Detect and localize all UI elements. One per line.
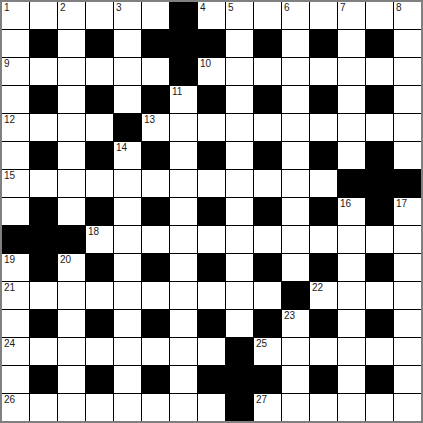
letter-cell-r6c7[interactable]: [198, 170, 225, 197]
letter-cell-r13c0[interactable]: [2, 366, 29, 393]
letter-cell-r14c11[interactable]: [310, 394, 337, 421]
letter-cell-r6c8[interactable]: [226, 170, 253, 197]
letter-cell-r13c4[interactable]: [114, 366, 141, 393]
letter-cell-r8c13[interactable]: [366, 226, 393, 253]
letter-cell-r10c12[interactable]: [338, 282, 365, 309]
letter-cell-r4c14[interactable]: [394, 114, 421, 141]
block-cell-r11c13: [366, 310, 393, 337]
letter-cell-r7c14[interactable]: 17: [394, 198, 421, 225]
letter-cell-r2c4[interactable]: [114, 58, 141, 85]
letter-cell-r12c9[interactable]: 25: [254, 338, 281, 365]
block-cell-r11c7: [198, 310, 225, 337]
letter-cell-r11c8[interactable]: [226, 310, 253, 337]
block-cell-r3c3: [86, 86, 113, 113]
block-cell-r3c13: [366, 86, 393, 113]
letter-cell-r2c13[interactable]: [366, 58, 393, 85]
clue-number-3: 3: [116, 2, 122, 13]
letter-cell-r1c14[interactable]: [394, 30, 421, 57]
block-cell-r5c1: [30, 142, 57, 169]
clue-number-20: 20: [60, 254, 71, 265]
letter-cell-r6c0[interactable]: 15: [2, 170, 29, 197]
clue-number-26: 26: [4, 394, 15, 405]
block-cell-r13c7: [198, 366, 225, 393]
block-cell-r5c3: [86, 142, 113, 169]
letter-cell-r10c7[interactable]: [198, 282, 225, 309]
letter-cell-r14c10[interactable]: [282, 394, 309, 421]
letter-cell-r10c9[interactable]: [254, 282, 281, 309]
letter-cell-r7c6[interactable]: [170, 198, 197, 225]
letter-cell-r4c9[interactable]: [254, 114, 281, 141]
letter-cell-r14c14[interactable]: [394, 394, 421, 421]
block-cell-r1c5: [142, 30, 169, 57]
letter-cell-r0c11[interactable]: [310, 2, 337, 29]
clue-number-14: 14: [116, 142, 127, 153]
letter-cell-r0c1[interactable]: [30, 2, 57, 29]
letter-cell-r8c8[interactable]: [226, 226, 253, 253]
letter-cell-r1c10[interactable]: [282, 30, 309, 57]
letter-cell-r2c1[interactable]: [30, 58, 57, 85]
block-cell-r10c10: [282, 282, 309, 309]
letter-cell-r14c5[interactable]: [142, 394, 169, 421]
block-cell-r9c3: [86, 254, 113, 281]
block-cell-r3c7: [198, 86, 225, 113]
letter-cell-r6c4[interactable]: [114, 170, 141, 197]
letter-cell-r0c8[interactable]: 5: [226, 2, 253, 29]
block-cell-r11c5: [142, 310, 169, 337]
block-cell-r13c13: [366, 366, 393, 393]
letter-cell-r9c2[interactable]: 20: [58, 254, 85, 281]
letter-cell-r0c10[interactable]: 6: [282, 2, 309, 29]
letter-cell-r1c8[interactable]: [226, 30, 253, 57]
block-cell-r9c7: [198, 254, 225, 281]
letter-cell-r14c4[interactable]: [114, 394, 141, 421]
block-cell-r1c3: [86, 30, 113, 57]
letter-cell-r8c12[interactable]: [338, 226, 365, 253]
letter-cell-r14c7[interactable]: [198, 394, 225, 421]
letter-cell-r11c10[interactable]: 23: [282, 310, 309, 337]
block-cell-r1c6: [170, 30, 197, 57]
block-cell-r7c11: [310, 198, 337, 225]
letter-cell-r4c10[interactable]: [282, 114, 309, 141]
block-cell-r5c7: [198, 142, 225, 169]
block-cell-r1c13: [366, 30, 393, 57]
clue-number-18: 18: [88, 226, 99, 237]
letter-cell-r4c11[interactable]: [310, 114, 337, 141]
letter-cell-r0c13[interactable]: [366, 2, 393, 29]
letter-cell-r2c11[interactable]: [310, 58, 337, 85]
clue-number-22: 22: [312, 282, 323, 293]
letter-cell-r8c6[interactable]: [170, 226, 197, 253]
clue-number-2: 2: [60, 2, 66, 13]
letter-cell-r12c11[interactable]: [310, 338, 337, 365]
letter-cell-r14c6[interactable]: [170, 394, 197, 421]
block-cell-r3c5: [142, 86, 169, 113]
block-cell-r5c11: [310, 142, 337, 169]
letter-cell-r14c3[interactable]: [86, 394, 113, 421]
letter-cell-r11c0[interactable]: [2, 310, 29, 337]
letter-cell-r11c14[interactable]: [394, 310, 421, 337]
letter-cell-r12c14[interactable]: [394, 338, 421, 365]
letter-cell-r5c12[interactable]: [338, 142, 365, 169]
letter-cell-r7c2[interactable]: [58, 198, 85, 225]
clue-number-7: 7: [340, 2, 346, 13]
block-cell-r7c5: [142, 198, 169, 225]
block-cell-r2c6: [170, 58, 197, 85]
letter-cell-r2c0[interactable]: 9: [2, 58, 29, 85]
letter-cell-r0c9[interactable]: [254, 2, 281, 29]
letter-cell-r6c6[interactable]: [170, 170, 197, 197]
letter-cell-r13c2[interactable]: [58, 366, 85, 393]
letter-cell-r11c4[interactable]: [114, 310, 141, 337]
letter-cell-r14c9[interactable]: 27: [254, 394, 281, 421]
clue-number-4: 4: [200, 2, 206, 13]
letter-cell-r14c13[interactable]: [366, 394, 393, 421]
block-cell-r13c5: [142, 366, 169, 393]
block-cell-r8c0: [2, 226, 29, 253]
letter-cell-r12c0[interactable]: 24: [2, 338, 29, 365]
block-cell-r6c12: [338, 170, 365, 197]
letter-cell-r4c13[interactable]: [366, 114, 393, 141]
letter-cell-r5c10[interactable]: [282, 142, 309, 169]
letter-cell-r10c1[interactable]: [30, 282, 57, 309]
block-cell-r5c9: [254, 142, 281, 169]
letter-cell-r10c4[interactable]: [114, 282, 141, 309]
letter-cell-r11c12[interactable]: [338, 310, 365, 337]
block-cell-r13c1: [30, 366, 57, 393]
letter-cell-r9c4[interactable]: [114, 254, 141, 281]
block-cell-r7c3: [86, 198, 113, 225]
letter-cell-r10c3[interactable]: [86, 282, 113, 309]
letter-cell-r10c6[interactable]: [170, 282, 197, 309]
block-cell-r8c1: [30, 226, 57, 253]
letter-cell-r2c3[interactable]: [86, 58, 113, 85]
clue-number-12: 12: [4, 114, 15, 125]
letter-cell-r10c11[interactable]: 22: [310, 282, 337, 309]
block-cell-r13c11: [310, 366, 337, 393]
block-cell-r4c4: [114, 114, 141, 141]
clue-number-1: 1: [4, 2, 10, 13]
letter-cell-r13c14[interactable]: [394, 366, 421, 393]
letter-cell-r9c8[interactable]: [226, 254, 253, 281]
block-cell-r1c9: [254, 30, 281, 57]
block-cell-r12c8: [226, 338, 253, 365]
letter-cell-r12c3[interactable]: [86, 338, 113, 365]
letter-cell-r14c12[interactable]: [338, 394, 365, 421]
letter-cell-r2c7[interactable]: 10: [198, 58, 225, 85]
letter-cell-r5c6[interactable]: [170, 142, 197, 169]
letter-cell-r10c13[interactable]: [366, 282, 393, 309]
letter-cell-r3c6[interactable]: 11: [170, 86, 197, 113]
clue-number-16: 16: [340, 198, 351, 209]
clue-number-24: 24: [4, 338, 15, 349]
letter-cell-r7c4[interactable]: [114, 198, 141, 225]
letter-cell-r1c12[interactable]: [338, 30, 365, 57]
crossword-board: 1234567891011121314151617181920212223242…: [0, 0, 423, 423]
letter-cell-r6c11[interactable]: [310, 170, 337, 197]
letter-cell-r4c7[interactable]: [198, 114, 225, 141]
letter-cell-r0c3[interactable]: [86, 2, 113, 29]
block-cell-r6c13: [366, 170, 393, 197]
clue-number-13: 13: [144, 114, 155, 125]
letter-cell-r2c14[interactable]: [394, 58, 421, 85]
clue-number-21: 21: [4, 282, 15, 293]
block-cell-r13c8: [226, 366, 253, 393]
letter-cell-r9c14[interactable]: [394, 254, 421, 281]
letter-cell-r12c12[interactable]: [338, 338, 365, 365]
block-cell-r9c1: [30, 254, 57, 281]
clue-number-27: 27: [256, 394, 267, 405]
letter-cell-r6c3[interactable]: [86, 170, 113, 197]
letter-cell-r1c4[interactable]: [114, 30, 141, 57]
clue-number-17: 17: [396, 198, 407, 209]
letter-cell-r6c2[interactable]: [58, 170, 85, 197]
letter-cell-r1c2[interactable]: [58, 30, 85, 57]
letter-cell-r0c4[interactable]: 3: [114, 2, 141, 29]
letter-cell-r0c0[interactable]: 1: [2, 2, 29, 29]
block-cell-r5c13: [366, 142, 393, 169]
letter-cell-r0c12[interactable]: 7: [338, 2, 365, 29]
letter-cell-r6c1[interactable]: [30, 170, 57, 197]
clue-number-8: 8: [396, 2, 402, 13]
letter-cell-r8c10[interactable]: [282, 226, 309, 253]
letter-cell-r2c10[interactable]: [282, 58, 309, 85]
block-cell-r3c1: [30, 86, 57, 113]
letter-cell-r2c2[interactable]: [58, 58, 85, 85]
letter-cell-r8c14[interactable]: [394, 226, 421, 253]
letter-cell-r4c1[interactable]: [30, 114, 57, 141]
block-cell-r11c3: [86, 310, 113, 337]
letter-cell-r9c10[interactable]: [282, 254, 309, 281]
block-cell-r9c5: [142, 254, 169, 281]
block-cell-r6c14: [394, 170, 421, 197]
letter-cell-r14c0[interactable]: 26: [2, 394, 29, 421]
letter-cell-r9c12[interactable]: [338, 254, 365, 281]
letter-cell-r5c14[interactable]: [394, 142, 421, 169]
block-cell-r8c2: [58, 226, 85, 253]
letter-cell-r1c0[interactable]: [2, 30, 29, 57]
block-cell-r9c9: [254, 254, 281, 281]
clue-number-25: 25: [256, 338, 267, 349]
letter-cell-r3c2[interactable]: [58, 86, 85, 113]
block-cell-r1c7: [198, 30, 225, 57]
clue-number-6: 6: [284, 2, 290, 13]
letter-cell-r0c5[interactable]: [142, 2, 169, 29]
letter-cell-r8c9[interactable]: [254, 226, 281, 253]
letter-cell-r12c4[interactable]: [114, 338, 141, 365]
letter-cell-r4c5[interactable]: 13: [142, 114, 169, 141]
block-cell-r11c9: [254, 310, 281, 337]
letter-cell-r14c1[interactable]: [30, 394, 57, 421]
letter-cell-r6c9[interactable]: [254, 170, 281, 197]
block-cell-r14c8: [226, 394, 253, 421]
letter-cell-r12c7[interactable]: [198, 338, 225, 365]
letter-cell-r2c5[interactable]: [142, 58, 169, 85]
letter-cell-r0c14[interactable]: 8: [394, 2, 421, 29]
letter-cell-r10c0[interactable]: 21: [2, 282, 29, 309]
clue-number-5: 5: [228, 2, 234, 13]
letter-cell-r7c8[interactable]: [226, 198, 253, 225]
letter-cell-r2c8[interactable]: [226, 58, 253, 85]
letter-cell-r6c5[interactable]: [142, 170, 169, 197]
letter-cell-r13c10[interactable]: [282, 366, 309, 393]
letter-cell-r3c4[interactable]: [114, 86, 141, 113]
letter-cell-r5c0[interactable]: [2, 142, 29, 169]
letter-cell-r8c11[interactable]: [310, 226, 337, 253]
block-cell-r7c13: [366, 198, 393, 225]
letter-cell-r12c1[interactable]: [30, 338, 57, 365]
block-cell-r7c7: [198, 198, 225, 225]
letter-cell-r7c0[interactable]: [2, 198, 29, 225]
clue-number-23: 23: [284, 310, 295, 321]
letter-cell-r13c12[interactable]: [338, 366, 365, 393]
letter-cell-r9c6[interactable]: [170, 254, 197, 281]
clue-number-9: 9: [4, 58, 10, 69]
block-cell-r11c1: [30, 310, 57, 337]
block-cell-r7c9: [254, 198, 281, 225]
letter-cell-r3c14[interactable]: [394, 86, 421, 113]
block-cell-r3c11: [310, 86, 337, 113]
letter-cell-r10c8[interactable]: [226, 282, 253, 309]
block-cell-r0c6: [170, 2, 197, 29]
block-cell-r13c9: [254, 366, 281, 393]
block-cell-r1c11: [310, 30, 337, 57]
clue-number-19: 19: [4, 254, 15, 265]
letter-cell-r12c13[interactable]: [366, 338, 393, 365]
letter-cell-r4c2[interactable]: [58, 114, 85, 141]
letter-cell-r8c5[interactable]: [142, 226, 169, 253]
letter-cell-r4c0[interactable]: 12: [2, 114, 29, 141]
letter-cell-r7c12[interactable]: 16: [338, 198, 365, 225]
letter-cell-r10c14[interactable]: [394, 282, 421, 309]
letter-cell-r2c9[interactable]: [254, 58, 281, 85]
letter-cell-r13c6[interactable]: [170, 366, 197, 393]
block-cell-r13c3: [86, 366, 113, 393]
letter-cell-r7c10[interactable]: [282, 198, 309, 225]
letter-cell-r3c8[interactable]: [226, 86, 253, 113]
letter-cell-r10c2[interactable]: [58, 282, 85, 309]
letter-cell-r2c12[interactable]: [338, 58, 365, 85]
letter-cell-r11c6[interactable]: [170, 310, 197, 337]
letter-cell-r4c6[interactable]: [170, 114, 197, 141]
letter-cell-r10c5[interactable]: [142, 282, 169, 309]
letter-cell-r12c2[interactable]: [58, 338, 85, 365]
letter-cell-r8c4[interactable]: [114, 226, 141, 253]
letter-cell-r8c3[interactable]: 18: [86, 226, 113, 253]
block-cell-r11c11: [310, 310, 337, 337]
letter-cell-r12c10[interactable]: [282, 338, 309, 365]
letter-cell-r4c8[interactable]: [226, 114, 253, 141]
letter-cell-r4c12[interactable]: [338, 114, 365, 141]
block-cell-r9c13: [366, 254, 393, 281]
letter-cell-r3c10[interactable]: [282, 86, 309, 113]
letter-cell-r9c0[interactable]: 19: [2, 254, 29, 281]
letter-cell-r5c2[interactable]: [58, 142, 85, 169]
letter-cell-r3c0[interactable]: [2, 86, 29, 113]
clue-number-10: 10: [200, 58, 211, 69]
letter-cell-r8c7[interactable]: [198, 226, 225, 253]
letter-cell-r5c4[interactable]: 14: [114, 142, 141, 169]
clue-number-15: 15: [4, 170, 15, 181]
block-cell-r7c1: [30, 198, 57, 225]
letter-cell-r5c8[interactable]: [226, 142, 253, 169]
letter-cell-r14c2[interactable]: [58, 394, 85, 421]
letter-cell-r12c5[interactable]: [142, 338, 169, 365]
block-cell-r9c11: [310, 254, 337, 281]
letter-cell-r0c7[interactable]: 4: [198, 2, 225, 29]
letter-cell-r12c6[interactable]: [170, 338, 197, 365]
letter-cell-r0c2[interactable]: 2: [58, 2, 85, 29]
block-cell-r3c9: [254, 86, 281, 113]
clue-number-11: 11: [172, 86, 182, 97]
letter-cell-r3c12[interactable]: [338, 86, 365, 113]
letter-cell-r11c2[interactable]: [58, 310, 85, 337]
letter-cell-r6c10[interactable]: [282, 170, 309, 197]
letter-cell-r4c3[interactable]: [86, 114, 113, 141]
block-cell-r1c1: [30, 30, 57, 57]
block-cell-r5c5: [142, 142, 169, 169]
